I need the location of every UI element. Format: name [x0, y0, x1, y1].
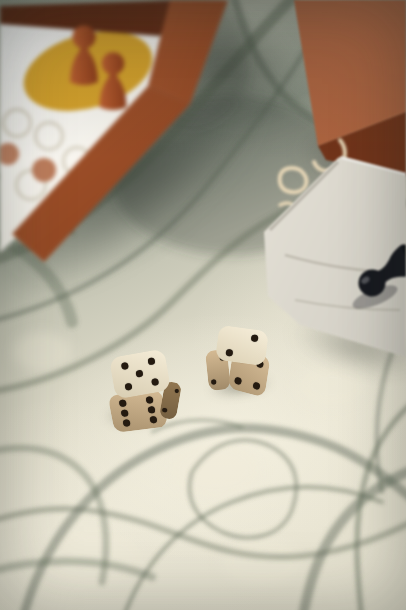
left-die-top-face [109, 348, 171, 399]
die-pip [123, 419, 131, 427]
black-pawn [352, 242, 406, 304]
die-pip [252, 381, 260, 390]
pip-cell [221, 375, 227, 387]
die-pip [149, 415, 157, 423]
die-pip [121, 409, 129, 417]
pip-cell [251, 379, 262, 392]
die-pip [251, 334, 259, 342]
cloth-bag-area [0, 0, 406, 610]
pip-cell [146, 413, 161, 424]
right-die [204, 325, 282, 401]
pip-cell [147, 376, 162, 389]
black-pawn-layer [0, 0, 406, 610]
pip-cell [170, 406, 176, 417]
die-pip [121, 362, 129, 370]
die-pip [226, 349, 234, 357]
die-pip [151, 378, 159, 386]
photo-scene [0, 0, 406, 610]
pip-cell [220, 364, 226, 376]
die-pip [147, 406, 155, 414]
die-pip [125, 383, 133, 391]
die-pip [145, 396, 153, 404]
pip-cell [173, 386, 179, 397]
die-pip [234, 377, 242, 386]
pip-cell [246, 351, 258, 361]
die-pip [119, 399, 127, 407]
left-die [104, 349, 184, 433]
pip-cell [172, 396, 178, 407]
die-pip [147, 357, 155, 365]
die-pip [174, 388, 179, 393]
right-die-top-face [215, 325, 269, 367]
die-pip [136, 370, 144, 378]
